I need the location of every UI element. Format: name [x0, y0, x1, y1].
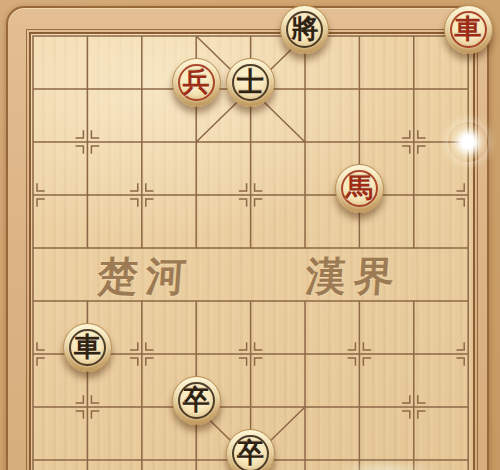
piece-ring — [341, 170, 378, 207]
piece-ring — [286, 11, 323, 48]
piece-black-advisor[interactable]: 士 — [226, 58, 275, 107]
piece-character: 卒 — [173, 377, 220, 424]
piece-ring — [178, 382, 215, 419]
pieces-layer: 將車兵士馬車卒卒 — [6, 10, 496, 470]
piece-character: 士 — [227, 59, 274, 106]
piece-ring — [232, 64, 269, 101]
piece-black-soldier[interactable]: 卒 — [172, 376, 221, 425]
piece-ring — [69, 329, 106, 366]
piece-ring — [450, 11, 487, 48]
piece-character: 卒 — [227, 430, 274, 470]
piece-black-general[interactable]: 將 — [280, 5, 329, 54]
xiangqi-game-screenshot: 楚河 漢界 將車兵士馬車卒卒 — [0, 0, 500, 470]
piece-black-soldier[interactable]: 卒 — [226, 429, 275, 470]
piece-black-chariot[interactable]: 車 — [63, 323, 112, 372]
piece-ring — [232, 435, 269, 470]
piece-character: 車 — [445, 6, 492, 53]
piece-character: 將 — [281, 6, 328, 53]
piece-character: 車 — [64, 324, 111, 371]
piece-red-soldier[interactable]: 兵 — [172, 58, 221, 107]
piece-red-chariot[interactable]: 車 — [444, 5, 493, 54]
piece-character: 馬 — [336, 165, 383, 212]
piece-red-horse[interactable]: 馬 — [335, 164, 384, 213]
piece-ring — [178, 64, 215, 101]
move-highlight-dot — [448, 122, 488, 162]
piece-character: 兵 — [173, 59, 220, 106]
